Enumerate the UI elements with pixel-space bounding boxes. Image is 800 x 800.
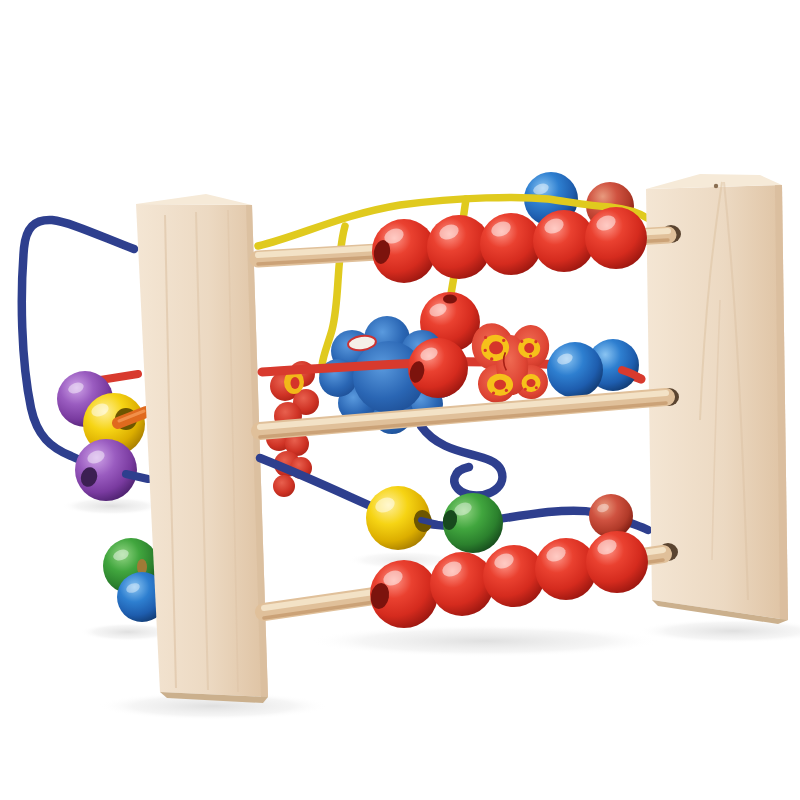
bead-red <box>586 531 648 593</box>
bead-red <box>480 213 542 275</box>
bead-hole <box>443 295 457 304</box>
bead-blue <box>547 342 603 398</box>
product-photo-bead-maze-toy <box>0 0 800 800</box>
bead-red <box>589 494 633 538</box>
wood-knot <box>714 184 718 188</box>
navy-wire-in-hole <box>421 520 438 524</box>
bead-red <box>483 545 545 607</box>
bottom-beads-shadow <box>310 625 660 657</box>
middle-wire-bead-red <box>408 338 468 398</box>
bead-red <box>585 207 647 269</box>
navy-wire-stub-right <box>126 474 148 479</box>
middle-wire-bead-blue-left <box>547 342 603 398</box>
bottom-wire-bead-red <box>589 494 633 538</box>
toy-scene-canvas <box>0 0 800 800</box>
flower-petal <box>273 475 295 497</box>
flower-patch-center <box>291 377 300 389</box>
left-wire-bead-purple-bottom <box>75 439 137 501</box>
